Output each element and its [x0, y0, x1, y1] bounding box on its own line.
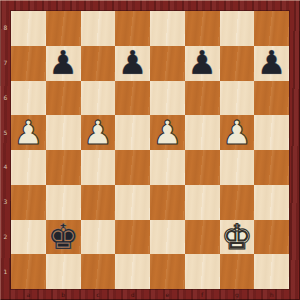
square-b4[interactable]: [46, 150, 81, 185]
square-a8[interactable]: [11, 11, 46, 46]
square-e4[interactable]: [150, 150, 185, 185]
square-h6[interactable]: [254, 81, 289, 116]
square-g8[interactable]: [220, 11, 255, 46]
white-pawn: ♟: [222, 116, 252, 150]
square-f8[interactable]: [185, 11, 220, 46]
file-label-a: a: [11, 289, 46, 300]
black-pawn: ♟: [118, 46, 148, 80]
square-h7[interactable]: ♟: [254, 46, 289, 81]
square-b6[interactable]: [46, 81, 81, 116]
square-f5[interactable]: [185, 115, 220, 150]
square-b1[interactable]: [46, 254, 81, 289]
square-a7[interactable]: [11, 46, 46, 81]
file-labels: abcdefgh: [11, 289, 289, 300]
square-f1[interactable]: [185, 254, 220, 289]
square-d7[interactable]: ♟: [115, 46, 150, 81]
file-label-d: d: [115, 289, 150, 300]
square-b7[interactable]: ♟: [46, 46, 81, 81]
file-label-c: c: [81, 289, 116, 300]
square-g7[interactable]: [220, 46, 255, 81]
square-g1[interactable]: [220, 254, 255, 289]
rank-label-4: 4: [0, 150, 11, 185]
square-g3[interactable]: [220, 185, 255, 220]
square-d8[interactable]: [115, 11, 150, 46]
square-c1[interactable]: [81, 254, 116, 289]
square-b3[interactable]: [46, 185, 81, 220]
black-king: ♚: [47, 220, 78, 254]
black-pawn: ♟: [257, 46, 287, 80]
square-e2[interactable]: [150, 220, 185, 255]
square-e7[interactable]: [150, 46, 185, 81]
file-label-f: f: [185, 289, 220, 300]
square-d4[interactable]: [115, 150, 150, 185]
rank-label-5: 5: [0, 115, 11, 150]
square-h3[interactable]: [254, 185, 289, 220]
white-pawn: ♟: [153, 116, 183, 150]
square-e8[interactable]: [150, 11, 185, 46]
rank-label-6: 6: [0, 81, 11, 116]
black-pawn: ♟: [48, 46, 78, 80]
rank-label-8: 8: [0, 11, 11, 46]
square-e5[interactable]: ♟: [150, 115, 185, 150]
square-d5[interactable]: [115, 115, 150, 150]
rank-label-3: 3: [0, 185, 11, 220]
file-label-g: g: [220, 289, 255, 300]
square-b5[interactable]: [46, 115, 81, 150]
rank-labels: 87654321: [0, 11, 11, 289]
square-e1[interactable]: [150, 254, 185, 289]
square-b8[interactable]: [46, 11, 81, 46]
square-h5[interactable]: [254, 115, 289, 150]
square-g5[interactable]: ♟: [220, 115, 255, 150]
square-a1[interactable]: [11, 254, 46, 289]
square-c4[interactable]: [81, 150, 116, 185]
square-g4[interactable]: [220, 150, 255, 185]
square-e6[interactable]: [150, 81, 185, 116]
square-c2[interactable]: [81, 220, 116, 255]
black-pawn: ♟: [187, 46, 217, 80]
square-d3[interactable]: [115, 185, 150, 220]
square-h2[interactable]: [254, 220, 289, 255]
square-d6[interactable]: [115, 81, 150, 116]
square-c8[interactable]: [81, 11, 116, 46]
white-king: ♚: [221, 220, 252, 254]
board: ♟♟♟♟♟♟♟♟♚♚: [11, 11, 289, 289]
square-a3[interactable]: [11, 185, 46, 220]
file-label-h: h: [254, 289, 289, 300]
square-a6[interactable]: [11, 81, 46, 116]
rank-label-7: 7: [0, 46, 11, 81]
white-pawn: ♟: [83, 116, 113, 150]
rank-label-1: 1: [0, 254, 11, 289]
file-label-e: e: [150, 289, 185, 300]
square-g6[interactable]: [220, 81, 255, 116]
square-c7[interactable]: [81, 46, 116, 81]
square-e3[interactable]: [150, 185, 185, 220]
square-d2[interactable]: [115, 220, 150, 255]
square-a2[interactable]: [11, 220, 46, 255]
square-h1[interactable]: [254, 254, 289, 289]
file-label-b: b: [46, 289, 81, 300]
square-d1[interactable]: [115, 254, 150, 289]
white-pawn: ♟: [14, 116, 44, 150]
square-c5[interactable]: ♟: [81, 115, 116, 150]
square-h4[interactable]: [254, 150, 289, 185]
square-c3[interactable]: [81, 185, 116, 220]
board-frame: ♟♟♟♟♟♟♟♟♚♚ 87654321 abcdefgh: [0, 0, 300, 300]
square-f7[interactable]: ♟: [185, 46, 220, 81]
square-f2[interactable]: [185, 220, 220, 255]
square-a4[interactable]: [11, 150, 46, 185]
square-f4[interactable]: [185, 150, 220, 185]
square-f6[interactable]: [185, 81, 220, 116]
square-b2[interactable]: ♚: [46, 220, 81, 255]
square-a5[interactable]: ♟: [11, 115, 46, 150]
square-c6[interactable]: [81, 81, 116, 116]
square-h8[interactable]: [254, 11, 289, 46]
square-g2[interactable]: ♚: [220, 220, 255, 255]
square-f3[interactable]: [185, 185, 220, 220]
rank-label-2: 2: [0, 220, 11, 255]
